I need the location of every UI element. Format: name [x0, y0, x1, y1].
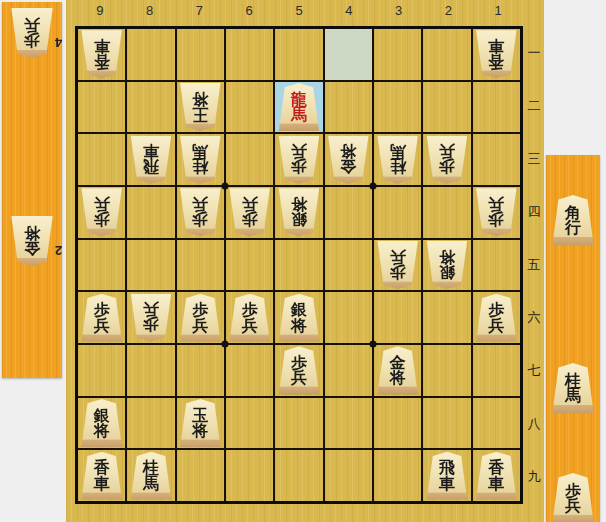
square-5八[interactable] — [275, 398, 322, 449]
piece-銀将-gote[interactable]: 銀将 — [277, 188, 320, 236]
square-6九[interactable] — [226, 450, 273, 501]
file-label-3: 3 — [374, 3, 424, 20]
piece-kanji: 玉将 — [192, 408, 208, 438]
piece-kanji: 金将 — [340, 144, 356, 174]
piece-kanji: 飛車 — [143, 144, 159, 174]
gote-captured-stand: 歩兵4金将2 — [2, 2, 62, 378]
piece-桂馬-sente[interactable]: 桂馬 — [551, 363, 595, 413]
square-7三[interactable]: 桂馬 — [177, 134, 224, 185]
star-point — [370, 183, 377, 190]
file-label-8: 8 — [125, 3, 175, 20]
square-9三[interactable] — [78, 134, 125, 185]
hand-歩兵-gote[interactable]: 歩兵4 — [10, 8, 54, 58]
square-3五[interactable]: 歩兵 — [374, 240, 421, 291]
square-7五[interactable] — [177, 240, 224, 291]
square-8二[interactable] — [127, 82, 174, 133]
star-point — [222, 183, 229, 190]
piece-kanji: 飛車 — [439, 460, 455, 490]
square-1一[interactable]: 香車 — [473, 29, 520, 80]
piece-金将-gote[interactable]: 金将 — [10, 216, 54, 266]
square-3四[interactable] — [374, 187, 421, 238]
star-point — [222, 341, 229, 348]
piece-歩兵-sente[interactable]: 歩兵 — [179, 294, 222, 342]
square-2七[interactable] — [423, 345, 470, 396]
square-1六[interactable]: 歩兵 — [473, 292, 520, 343]
file-label-4: 4 — [324, 3, 374, 20]
shogi-app: 歩兵4金将2 987654321 香車香車王将龍馬飛車桂馬歩兵金将桂馬歩兵歩兵歩… — [0, 0, 606, 522]
sente-captured-stand: 角行桂馬歩兵 — [546, 155, 600, 522]
rank-label-八: 八 — [524, 398, 544, 451]
square-1八[interactable] — [473, 398, 520, 449]
piece-王将-gote[interactable]: 王将 — [179, 83, 222, 131]
square-2三[interactable]: 歩兵 — [423, 134, 470, 185]
rank-label-二: 二 — [524, 79, 544, 132]
square-3一[interactable] — [374, 29, 421, 80]
piece-歩兵-sente[interactable]: 歩兵 — [277, 346, 320, 394]
piece-kanji: 歩兵 — [94, 197, 110, 227]
piece-金将-sente[interactable]: 金将 — [376, 346, 419, 394]
piece-歩兵-gote[interactable]: 歩兵 — [10, 8, 54, 58]
square-4二[interactable] — [325, 82, 372, 133]
piece-kanji: 龍馬 — [291, 92, 307, 122]
piece-桂馬-gote[interactable]: 桂馬 — [376, 136, 419, 184]
square-4七[interactable] — [325, 345, 372, 396]
piece-玉将-sente[interactable]: 玉将 — [179, 399, 222, 447]
square-4五[interactable] — [325, 240, 372, 291]
square-5四[interactable]: 銀将 — [275, 187, 322, 238]
hand-桂馬-sente[interactable]: 桂馬 — [551, 363, 595, 413]
piece-kanji: 銀将 — [291, 197, 307, 227]
hand-count: 2 — [55, 243, 62, 258]
shogi-board: 香車香車王将龍馬飛車桂馬歩兵金将桂馬歩兵歩兵歩兵歩兵銀将歩兵歩兵銀将歩兵歩兵歩兵… — [75, 26, 523, 504]
piece-歩兵-sente[interactable]: 歩兵 — [475, 294, 518, 342]
square-2二[interactable] — [423, 82, 470, 133]
piece-kanji: 香車 — [94, 39, 110, 69]
piece-龍馬-sente[interactable]: 龍馬 — [277, 83, 320, 131]
rank-label-六: 六 — [524, 292, 544, 345]
square-7六[interactable]: 歩兵 — [177, 292, 224, 343]
hand-角行-sente[interactable]: 角行 — [551, 195, 595, 245]
square-6二[interactable] — [226, 82, 273, 133]
piece-歩兵-gote[interactable]: 歩兵 — [475, 188, 518, 236]
piece-歩兵-sente[interactable]: 歩兵 — [228, 294, 271, 342]
square-6八[interactable] — [226, 398, 273, 449]
square-8四[interactable] — [127, 187, 174, 238]
piece-銀将-sente[interactable]: 銀将 — [80, 399, 123, 447]
piece-kanji: 香車 — [488, 460, 504, 490]
piece-歩兵-gote[interactable]: 歩兵 — [228, 188, 271, 236]
square-6一[interactable] — [226, 29, 273, 80]
piece-kanji: 金将 — [24, 226, 40, 256]
square-8九[interactable]: 桂馬 — [127, 450, 174, 501]
piece-kanji: 桂馬 — [192, 144, 208, 174]
file-labels: 987654321 — [75, 3, 523, 20]
piece-歩兵-gote[interactable]: 歩兵 — [129, 294, 172, 342]
piece-kanji: 銀将 — [439, 250, 455, 280]
square-7四[interactable]: 歩兵 — [177, 187, 224, 238]
square-2八[interactable] — [423, 398, 470, 449]
piece-kanji: 金将 — [390, 355, 406, 385]
square-8一[interactable] — [127, 29, 174, 80]
piece-角行-sente[interactable]: 角行 — [551, 195, 595, 245]
piece-歩兵-gote[interactable]: 歩兵 — [179, 188, 222, 236]
piece-kanji: 王将 — [192, 92, 208, 122]
file-label-9: 9 — [75, 3, 125, 20]
rank-label-三: 三 — [524, 132, 544, 185]
square-9七[interactable] — [78, 345, 125, 396]
square-8六[interactable]: 歩兵 — [127, 292, 174, 343]
square-9一[interactable]: 香車 — [78, 29, 125, 80]
file-label-6: 6 — [224, 3, 274, 20]
rank-label-七: 七 — [524, 345, 544, 398]
piece-kanji: 歩兵 — [390, 250, 406, 280]
piece-銀将-gote[interactable]: 銀将 — [425, 241, 468, 289]
board-panel: 987654321 香車香車王将龍馬飛車桂馬歩兵金将桂馬歩兵歩兵歩兵歩兵銀将歩兵… — [66, 0, 544, 522]
file-label-7: 7 — [175, 3, 225, 20]
piece-kanji: 歩兵 — [565, 483, 581, 513]
piece-kanji: 銀将 — [94, 408, 110, 438]
piece-歩兵-sente[interactable]: 歩兵 — [551, 473, 595, 522]
square-4八[interactable] — [325, 398, 372, 449]
square-7九[interactable] — [177, 450, 224, 501]
square-6三[interactable] — [226, 134, 273, 185]
piece-kanji: 歩兵 — [291, 355, 307, 385]
piece-桂馬-gote[interactable]: 桂馬 — [179, 136, 222, 184]
square-1七[interactable] — [473, 345, 520, 396]
square-5六[interactable]: 銀将 — [275, 292, 322, 343]
square-8七[interactable] — [127, 345, 174, 396]
square-6六[interactable]: 歩兵 — [226, 292, 273, 343]
piece-香車-sente[interactable]: 香車 — [80, 452, 123, 500]
piece-飛車-sente[interactable]: 飛車 — [425, 452, 468, 500]
square-8八[interactable] — [127, 398, 174, 449]
square-9六[interactable]: 歩兵 — [78, 292, 125, 343]
square-6七[interactable] — [226, 345, 273, 396]
piece-kanji: 歩兵 — [488, 197, 504, 227]
piece-kanji: 香車 — [488, 39, 504, 69]
piece-銀将-sente[interactable]: 銀将 — [277, 294, 320, 342]
rank-label-四: 四 — [524, 185, 544, 238]
piece-kanji: 歩兵 — [94, 302, 110, 332]
star-point — [370, 341, 377, 348]
piece-kanji: 香車 — [94, 460, 110, 490]
file-label-1: 1 — [473, 3, 523, 20]
square-2一[interactable] — [423, 29, 470, 80]
piece-香車-gote[interactable]: 香車 — [80, 30, 123, 78]
piece-kanji: 角行 — [565, 205, 581, 235]
piece-香車-sente[interactable]: 香車 — [475, 452, 518, 500]
piece-kanji: 桂馬 — [143, 460, 159, 490]
square-4九[interactable] — [325, 450, 372, 501]
piece-kanji: 歩兵 — [192, 197, 208, 227]
square-3六[interactable] — [374, 292, 421, 343]
square-1三[interactable] — [473, 134, 520, 185]
piece-歩兵-gote[interactable]: 歩兵 — [376, 241, 419, 289]
piece-kanji: 歩兵 — [291, 144, 307, 174]
piece-kanji: 歩兵 — [242, 197, 258, 227]
square-4六[interactable] — [325, 292, 372, 343]
square-7八[interactable]: 玉将 — [177, 398, 224, 449]
piece-金将-gote[interactable]: 金将 — [327, 136, 370, 184]
square-2四[interactable] — [423, 187, 470, 238]
rank-label-五: 五 — [524, 238, 544, 291]
square-2六[interactable] — [423, 292, 470, 343]
square-7七[interactable] — [177, 345, 224, 396]
square-3七[interactable]: 金将 — [374, 345, 421, 396]
square-7二[interactable]: 王将 — [177, 82, 224, 133]
hand-歩兵-sente[interactable]: 歩兵 — [551, 473, 595, 522]
piece-kanji: 歩兵 — [242, 302, 258, 332]
square-1二[interactable] — [473, 82, 520, 133]
square-2九[interactable]: 飛車 — [423, 450, 470, 501]
piece-kanji: 歩兵 — [143, 302, 159, 332]
square-9五[interactable] — [78, 240, 125, 291]
piece-歩兵-gote[interactable]: 歩兵 — [425, 136, 468, 184]
square-5五[interactable] — [275, 240, 322, 291]
square-5一[interactable] — [275, 29, 322, 80]
square-8三[interactable]: 飛車 — [127, 134, 174, 185]
square-9八[interactable]: 銀将 — [78, 398, 125, 449]
square-8五[interactable] — [127, 240, 174, 291]
piece-kanji: 歩兵 — [488, 302, 504, 332]
square-2五[interactable]: 銀将 — [423, 240, 470, 291]
rank-label-一: 一 — [524, 26, 544, 79]
piece-飛車-gote[interactable]: 飛車 — [129, 136, 172, 184]
hand-count: 4 — [55, 35, 62, 50]
square-4三[interactable]: 金将 — [325, 134, 372, 185]
square-5七[interactable]: 歩兵 — [275, 345, 322, 396]
file-label-2: 2 — [423, 3, 473, 20]
square-7一[interactable] — [177, 29, 224, 80]
square-9四[interactable]: 歩兵 — [78, 187, 125, 238]
piece-桂馬-sente[interactable]: 桂馬 — [129, 452, 172, 500]
square-6五[interactable] — [226, 240, 273, 291]
rank-labels: 一二三四五六七八九 — [524, 26, 544, 504]
square-3九[interactable] — [374, 450, 421, 501]
square-1四[interactable]: 歩兵 — [473, 187, 520, 238]
rank-label-九: 九 — [524, 451, 544, 504]
piece-歩兵-gote[interactable]: 歩兵 — [277, 136, 320, 184]
piece-kanji: 桂馬 — [390, 144, 406, 174]
square-6四[interactable]: 歩兵 — [226, 187, 273, 238]
square-9九[interactable]: 香車 — [78, 450, 125, 501]
square-5三[interactable]: 歩兵 — [275, 134, 322, 185]
piece-歩兵-gote[interactable]: 歩兵 — [80, 188, 123, 236]
square-1五[interactable] — [473, 240, 520, 291]
piece-歩兵-sente[interactable]: 歩兵 — [80, 294, 123, 342]
hand-金将-gote[interactable]: 金将2 — [10, 216, 54, 266]
square-5九[interactable] — [275, 450, 322, 501]
piece-kanji: 歩兵 — [24, 18, 40, 48]
square-9二[interactable] — [78, 82, 125, 133]
file-label-5: 5 — [274, 3, 324, 20]
square-4一[interactable] — [325, 29, 372, 80]
square-3二[interactable] — [374, 82, 421, 133]
piece-香車-gote[interactable]: 香車 — [475, 30, 518, 78]
piece-kanji: 歩兵 — [192, 302, 208, 332]
piece-kanji: 桂馬 — [565, 373, 581, 403]
square-3八[interactable] — [374, 398, 421, 449]
piece-kanji: 歩兵 — [439, 144, 455, 174]
square-4四[interactable] — [325, 187, 372, 238]
square-5二[interactable]: 龍馬 — [275, 82, 322, 133]
piece-kanji: 銀将 — [291, 302, 307, 332]
square-1九[interactable]: 香車 — [473, 450, 520, 501]
square-3三[interactable]: 桂馬 — [374, 134, 421, 185]
